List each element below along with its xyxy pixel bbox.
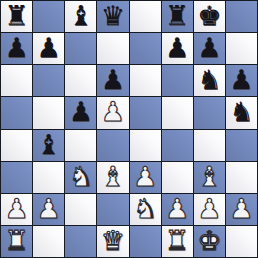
piece-black-bishop[interactable]: ♝ <box>69 2 93 29</box>
chess-board: ♜♝♛♜♚♟♟♟♟♟♞♟♟♟♞♝♞♝♟♝♟♟♞♟♟♟♜♛♜♚ <box>0 0 258 258</box>
square-e8[interactable] <box>130 1 161 32</box>
square-f1[interactable]: ♜ <box>162 226 193 257</box>
square-b8[interactable] <box>33 1 64 32</box>
square-e6[interactable] <box>130 65 161 96</box>
piece-white-pawn[interactable]: ♟ <box>229 195 253 222</box>
square-g1[interactable]: ♚ <box>194 226 225 257</box>
piece-white-rook[interactable]: ♜ <box>165 227 189 254</box>
piece-black-pawn[interactable]: ♟ <box>69 98 93 125</box>
square-b2[interactable]: ♟ <box>33 194 64 225</box>
piece-black-queen[interactable]: ♛ <box>101 2 125 29</box>
square-d6[interactable]: ♟ <box>97 65 128 96</box>
square-a7[interactable]: ♟ <box>1 33 32 64</box>
piece-white-bishop[interactable]: ♝ <box>101 163 125 190</box>
square-e1[interactable] <box>130 226 161 257</box>
piece-white-queen[interactable]: ♛ <box>101 227 125 254</box>
square-f2[interactable]: ♟ <box>162 194 193 225</box>
square-e5[interactable] <box>130 97 161 128</box>
piece-black-knight[interactable]: ♞ <box>197 66 221 93</box>
square-c6[interactable] <box>65 65 96 96</box>
square-f5[interactable] <box>162 97 193 128</box>
piece-white-pawn[interactable]: ♟ <box>133 163 157 190</box>
square-e2[interactable]: ♞ <box>130 194 161 225</box>
square-d7[interactable] <box>97 33 128 64</box>
square-b3[interactable] <box>33 162 64 193</box>
piece-black-pawn[interactable]: ♟ <box>4 34 28 61</box>
square-c3[interactable]: ♞ <box>65 162 96 193</box>
square-f3[interactable] <box>162 162 193 193</box>
piece-black-pawn[interactable]: ♟ <box>197 34 221 61</box>
square-h8[interactable] <box>226 1 257 32</box>
square-e7[interactable] <box>130 33 161 64</box>
piece-white-pawn[interactable]: ♟ <box>197 195 221 222</box>
piece-black-pawn[interactable]: ♟ <box>165 34 189 61</box>
piece-black-pawn[interactable]: ♟ <box>101 66 125 93</box>
piece-black-king[interactable]: ♚ <box>197 2 221 29</box>
piece-black-knight[interactable]: ♞ <box>229 98 253 125</box>
square-h3[interactable] <box>226 162 257 193</box>
square-d3[interactable]: ♝ <box>97 162 128 193</box>
square-g5[interactable] <box>194 97 225 128</box>
square-b1[interactable] <box>33 226 64 257</box>
square-c5[interactable]: ♟ <box>65 97 96 128</box>
square-g7[interactable]: ♟ <box>194 33 225 64</box>
piece-white-rook[interactable]: ♜ <box>4 227 28 254</box>
square-f8[interactable]: ♜ <box>162 1 193 32</box>
square-b4[interactable]: ♝ <box>33 130 64 161</box>
square-a3[interactable] <box>1 162 32 193</box>
piece-white-pawn[interactable]: ♟ <box>37 195 61 222</box>
square-c7[interactable] <box>65 33 96 64</box>
square-g2[interactable]: ♟ <box>194 194 225 225</box>
square-a2[interactable]: ♟ <box>1 194 32 225</box>
square-h2[interactable]: ♟ <box>226 194 257 225</box>
piece-white-pawn[interactable]: ♟ <box>4 195 28 222</box>
square-h4[interactable] <box>226 130 257 161</box>
piece-white-bishop[interactable]: ♝ <box>197 163 221 190</box>
square-f4[interactable] <box>162 130 193 161</box>
square-g8[interactable]: ♚ <box>194 1 225 32</box>
square-h7[interactable] <box>226 33 257 64</box>
square-a1[interactable]: ♜ <box>1 226 32 257</box>
square-a4[interactable] <box>1 130 32 161</box>
square-d8[interactable]: ♛ <box>97 1 128 32</box>
square-d1[interactable]: ♛ <box>97 226 128 257</box>
square-e3[interactable]: ♟ <box>130 162 161 193</box>
square-a5[interactable] <box>1 97 32 128</box>
piece-white-knight[interactable]: ♞ <box>69 163 93 190</box>
square-b5[interactable] <box>33 97 64 128</box>
square-h1[interactable] <box>226 226 257 257</box>
square-e4[interactable] <box>130 130 161 161</box>
square-b6[interactable] <box>33 65 64 96</box>
square-a6[interactable] <box>1 65 32 96</box>
square-h5[interactable]: ♞ <box>226 97 257 128</box>
square-c4[interactable] <box>65 130 96 161</box>
piece-white-pawn[interactable]: ♟ <box>165 195 189 222</box>
square-d5[interactable]: ♟ <box>97 97 128 128</box>
piece-black-rook[interactable]: ♜ <box>4 2 28 29</box>
piece-white-pawn[interactable]: ♟ <box>101 98 125 125</box>
piece-black-bishop[interactable]: ♝ <box>37 131 61 158</box>
square-d2[interactable] <box>97 194 128 225</box>
piece-black-pawn[interactable]: ♟ <box>37 34 61 61</box>
square-c1[interactable] <box>65 226 96 257</box>
square-c8[interactable]: ♝ <box>65 1 96 32</box>
square-g6[interactable]: ♞ <box>194 65 225 96</box>
square-b7[interactable]: ♟ <box>33 33 64 64</box>
square-c2[interactable] <box>65 194 96 225</box>
square-d4[interactable] <box>97 130 128 161</box>
piece-white-knight[interactable]: ♞ <box>133 195 157 222</box>
square-g4[interactable] <box>194 130 225 161</box>
piece-black-rook[interactable]: ♜ <box>165 2 189 29</box>
piece-white-king[interactable]: ♚ <box>197 227 221 254</box>
square-h6[interactable]: ♟ <box>226 65 257 96</box>
square-f7[interactable]: ♟ <box>162 33 193 64</box>
square-f6[interactable] <box>162 65 193 96</box>
square-g3[interactable]: ♝ <box>194 162 225 193</box>
piece-black-pawn[interactable]: ♟ <box>229 66 253 93</box>
square-a8[interactable]: ♜ <box>1 1 32 32</box>
